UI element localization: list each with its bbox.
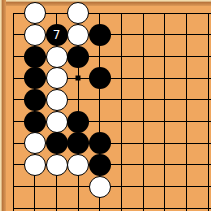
board-intersection-r9c8[interactable] — [154, 176, 176, 198]
board-intersection-r10c10[interactable] — [197, 197, 211, 211]
board-intersection-r6c6[interactable] — [111, 111, 133, 133]
white-stone — [67, 154, 89, 176]
board-intersection-r7c9[interactable] — [176, 132, 198, 154]
board-intersection-r10c2[interactable] — [24, 197, 46, 211]
board-intersection-r5c4[interactable] — [67, 89, 89, 111]
board-intersection-r3c4[interactable] — [67, 46, 89, 68]
board-intersection-r1c3[interactable] — [46, 2, 68, 24]
board-intersection-r7c1[interactable] — [2, 132, 24, 154]
board-intersection-r4c10[interactable] — [197, 67, 211, 89]
board-intersection-r8c5[interactable] — [89, 154, 111, 176]
board-intersection-r1c7[interactable] — [132, 2, 154, 24]
board-intersection-r5c5[interactable] — [89, 89, 111, 111]
board-intersection-r10c6[interactable] — [111, 197, 133, 211]
white-stone — [46, 46, 68, 68]
board-intersection-r9c3[interactable] — [46, 176, 68, 198]
board-intersection-r10c1[interactable] — [2, 197, 24, 211]
white-stone — [24, 2, 46, 24]
board-intersection-r6c3[interactable] — [46, 111, 68, 133]
board-intersection-r7c10[interactable] — [197, 132, 211, 154]
board-intersection-r8c2[interactable] — [24, 154, 46, 176]
white-stone — [46, 67, 68, 89]
board-intersection-r1c2[interactable] — [24, 2, 46, 24]
board-intersection-r1c5[interactable] — [89, 2, 111, 24]
board-intersection-r3c6[interactable] — [111, 46, 133, 68]
board-intersection-r1c8[interactable] — [154, 2, 176, 24]
board-intersection-r7c6[interactable] — [111, 132, 133, 154]
black-stone — [24, 67, 46, 89]
board-intersection-r7c8[interactable] — [154, 132, 176, 154]
white-stone — [24, 132, 46, 154]
board-intersection-r9c7[interactable] — [132, 176, 154, 198]
black-stone — [89, 154, 111, 176]
board-intersection-r8c1[interactable] — [2, 154, 24, 176]
board-intersection-r2c3[interactable]: 7 — [46, 24, 68, 46]
board-intersection-r7c3[interactable] — [46, 132, 68, 154]
board-intersection-r7c5[interactable] — [89, 132, 111, 154]
board-intersection-r9c1[interactable] — [2, 176, 24, 198]
board-intersection-r8c7[interactable] — [132, 154, 154, 176]
board-intersection-r3c9[interactable] — [176, 46, 198, 68]
board-intersection-r6c5[interactable] — [89, 111, 111, 133]
board-intersection-r4c6[interactable] — [111, 67, 133, 89]
white-stone — [67, 24, 89, 46]
board-intersection-r5c9[interactable] — [176, 89, 198, 111]
black-stone — [67, 111, 89, 133]
board-intersection-r4c2[interactable] — [24, 67, 46, 89]
board-intersection-r2c9[interactable] — [176, 24, 198, 46]
board-intersection-r3c3[interactable] — [46, 46, 68, 68]
board-intersection-r4c5[interactable] — [89, 67, 111, 89]
board-intersection-r8c10[interactable] — [197, 154, 211, 176]
board-intersection-r5c6[interactable] — [111, 89, 133, 111]
board-intersection-r2c5[interactable] — [89, 24, 111, 46]
board-intersection-r5c1[interactable] — [2, 89, 24, 111]
black-stone — [24, 111, 46, 133]
board-intersection-r2c4[interactable] — [67, 24, 89, 46]
board-intersection-r2c2[interactable] — [24, 24, 46, 46]
black-stone — [67, 46, 89, 68]
board-intersection-r4c7[interactable] — [132, 67, 154, 89]
board-intersection-r9c10[interactable] — [197, 176, 211, 198]
white-stone — [46, 111, 68, 133]
board-intersection-r6c2[interactable] — [24, 111, 46, 133]
board-intersection-r10c8[interactable] — [154, 197, 176, 211]
board-intersection-r4c3[interactable] — [46, 67, 68, 89]
board-intersection-r8c8[interactable] — [154, 154, 176, 176]
board-intersection-r3c7[interactable] — [132, 46, 154, 68]
board-intersection-r1c4[interactable] — [67, 2, 89, 24]
board-intersection-r2c6[interactable] — [111, 24, 133, 46]
board-intersection-r1c10[interactable] — [197, 2, 211, 24]
white-stone — [67, 2, 89, 24]
board-intersection-r10c4[interactable] — [67, 197, 89, 211]
board-intersection-r10c9[interactable] — [176, 197, 198, 211]
go-diagram: 7 — [0, 0, 211, 211]
board-intersection-r5c3[interactable] — [46, 89, 68, 111]
board-intersection-r5c8[interactable] — [154, 89, 176, 111]
board-intersection-r8c4[interactable] — [67, 154, 89, 176]
board-intersection-r2c10[interactable] — [197, 24, 211, 46]
board-intersection-r1c1[interactable] — [2, 2, 24, 24]
board-intersection-r7c4[interactable] — [67, 132, 89, 154]
board-intersection-r5c10[interactable] — [197, 89, 211, 111]
board-intersection-r9c2[interactable] — [24, 176, 46, 198]
board-intersection-r8c6[interactable] — [111, 154, 133, 176]
black-stone — [24, 46, 46, 68]
black-stone — [46, 132, 68, 154]
board-intersection-r8c9[interactable] — [176, 154, 198, 176]
black-stone — [24, 89, 46, 111]
board-intersection-r6c9[interactable] — [176, 111, 198, 133]
board-intersection-r4c9[interactable] — [176, 67, 198, 89]
board-intersection-r10c7[interactable] — [132, 197, 154, 211]
board-intersection-r6c10[interactable] — [197, 111, 211, 133]
board-intersection-r9c6[interactable] — [111, 176, 133, 198]
board-intersection-r10c5[interactable] — [89, 197, 111, 211]
black-stone — [89, 24, 111, 46]
board-intersection-r6c8[interactable] — [154, 111, 176, 133]
black-stone — [89, 67, 111, 89]
board-intersection-r7c7[interactable] — [132, 132, 154, 154]
board-intersection-r3c2[interactable] — [24, 46, 46, 68]
board-intersection-r4c4[interactable] — [67, 67, 89, 89]
board-intersection-r2c8[interactable] — [154, 24, 176, 46]
board-intersection-r4c1[interactable] — [2, 67, 24, 89]
board-intersection-r8c3[interactable] — [46, 154, 68, 176]
board-intersection-r6c1[interactable] — [2, 111, 24, 133]
board-intersection-r1c6[interactable] — [111, 2, 133, 24]
board-intersection-r5c2[interactable] — [24, 89, 46, 111]
board-intersection-r3c10[interactable] — [197, 46, 211, 68]
board-intersection-r9c4[interactable] — [67, 176, 89, 198]
board-intersection-r6c4[interactable] — [67, 111, 89, 133]
white-stone — [24, 154, 46, 176]
white-stone — [89, 176, 111, 198]
black-stone-move-label: 7 — [46, 24, 68, 46]
white-stone — [46, 154, 68, 176]
board-intersection-r10c3[interactable] — [46, 197, 68, 211]
black-stone — [89, 132, 111, 154]
board-intersection-r9c5[interactable] — [89, 176, 111, 198]
board-intersection-r9c9[interactable] — [176, 176, 198, 198]
black-stone — [67, 132, 89, 154]
board-intersection-r7c2[interactable] — [24, 132, 46, 154]
board-intersection-r2c7[interactable] — [132, 24, 154, 46]
board-intersection-r3c1[interactable] — [2, 46, 24, 68]
go-board-grid: 7 — [2, 2, 211, 211]
board-intersection-r3c8[interactable] — [154, 46, 176, 68]
board-intersection-r6c7[interactable] — [132, 111, 154, 133]
board-intersection-r5c7[interactable] — [132, 89, 154, 111]
star-point — [76, 76, 81, 81]
board-intersection-r1c9[interactable] — [176, 2, 198, 24]
board-intersection-r4c8[interactable] — [154, 67, 176, 89]
white-stone — [46, 89, 68, 111]
board-intersection-r2c1[interactable] — [2, 24, 24, 46]
white-stone — [24, 24, 46, 46]
board-intersection-r3c5[interactable] — [89, 46, 111, 68]
